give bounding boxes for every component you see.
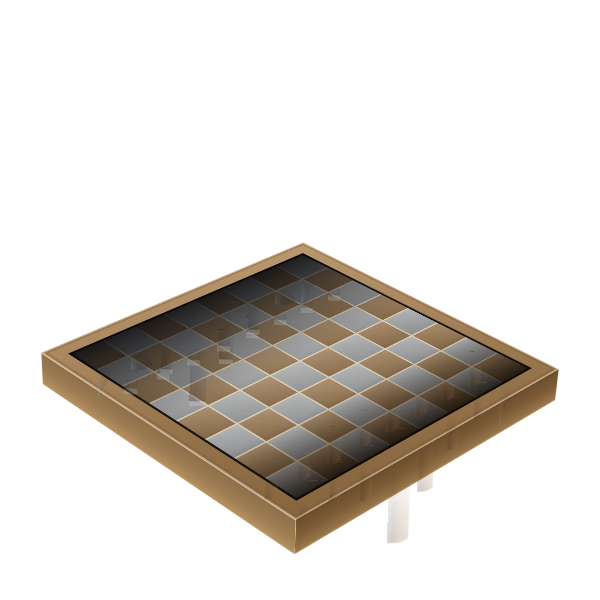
cylinder-top-cap [463,339,487,352]
black-pawn-shape [262,282,287,304]
square-e7[interactable] [191,316,244,343]
piece-reflection [279,266,325,305]
square-a7[interactable] [303,268,353,292]
white-rook-shape [480,309,522,368]
white-knight-shape [462,345,487,382]
square-d6[interactable] [247,318,300,345]
piece-layer [41,242,558,519]
piece-reflection [143,356,170,380]
square-c7[interactable] [249,291,300,316]
black-pawn-shape [175,320,201,343]
square-a6[interactable] [330,281,380,306]
black-knight-shape [109,311,155,342]
black-pawn-shape [112,347,139,371]
piece-reflection [204,329,230,352]
cylinder-top-cap [253,413,281,427]
piece-reflection [289,291,314,313]
cylinder-top-cap [372,306,415,320]
square-d8[interactable] [195,290,246,315]
black-knight-shape [255,250,298,279]
square-e6[interactable] [217,331,271,359]
black-pawn-shape [205,307,231,330]
black-bishop-shape [150,281,177,328]
black-pawn-shape [316,258,340,280]
cylinder-top-cap [348,381,376,395]
cylinder-top-cap [347,366,374,379]
scene: 3D render of a modern abstract chess set… [0,0,600,600]
square-c6[interactable] [275,305,327,331]
cylinder-top-cap [436,336,462,349]
square-e8[interactable] [166,302,218,328]
cylinder-top-cap [317,381,344,395]
piece-reflection [148,327,175,374]
white-bishop-shape [347,388,376,445]
piece-reflection [204,302,235,365]
board-3d [41,242,558,519]
square-b8[interactable] [251,266,301,290]
square-a8[interactable] [278,255,327,278]
piece-reflection [235,289,260,334]
square-f7[interactable] [161,329,215,357]
black-pawn-shape [290,270,315,292]
square-b7[interactable] [277,279,327,303]
white-bishop-shape [434,343,462,398]
cylinder-top-cap [317,415,343,429]
black-queen-shape [206,240,237,303]
black-rook-shape [280,228,326,267]
white-king-shape [369,312,415,429]
board-lean [111,172,488,549]
piece-reflection [262,303,287,325]
square-f8[interactable] [136,314,189,341]
black-pawn-shape [234,294,259,317]
piece-reflection [254,277,297,306]
square-d5[interactable] [274,333,328,361]
white-pawn-shape [252,419,281,460]
black-bishop-shape [237,245,262,290]
piece-reflection [233,316,258,339]
piece-reflection [316,279,340,301]
black-pawn-shape [144,333,171,357]
white-knight-shape [316,422,343,463]
cylinder-top-cap [285,397,313,411]
square-c8[interactable] [224,278,274,302]
square-d7[interactable] [221,304,273,330]
square-c5[interactable] [302,320,355,347]
square-b6[interactable] [303,293,354,318]
cylinder-top-cap [458,310,483,323]
piece-reflection [174,342,200,365]
board-stage [117,178,483,544]
black-king-shape [175,223,212,316]
